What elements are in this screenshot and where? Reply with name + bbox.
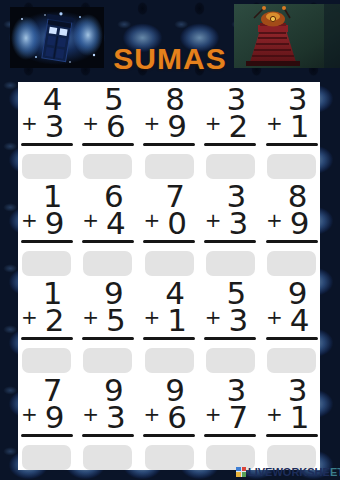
answer-input-box[interactable] xyxy=(83,251,132,276)
plus-sign: + xyxy=(80,404,96,424)
addition-problem: 5 +3 xyxy=(203,280,258,373)
sum-line xyxy=(204,143,256,146)
sum-line xyxy=(82,337,134,340)
plus-sign: + xyxy=(264,404,280,424)
plus-sign: + xyxy=(19,307,35,327)
sum-line xyxy=(204,434,256,437)
answer-input-box[interactable] xyxy=(83,154,132,179)
bottom-addend: 9 xyxy=(158,113,197,140)
addition-problem: 3 +7 xyxy=(203,377,258,470)
problem-row-4: 7 +9 9 +3 9 +6 3 +7 xyxy=(18,373,320,470)
addition-problem: 3 +1 xyxy=(264,86,319,179)
addition-problem: 7 +0 xyxy=(142,183,197,276)
sum-line xyxy=(143,240,195,243)
bottom-addend: 9 xyxy=(35,210,74,237)
answer-input-box[interactable] xyxy=(22,154,71,179)
plus-sign: + xyxy=(19,404,35,424)
answer-input-box[interactable] xyxy=(83,445,132,470)
bottom-addend: 3 xyxy=(219,210,258,237)
plus-sign: + xyxy=(264,113,280,133)
sum-line xyxy=(266,143,318,146)
sum-line xyxy=(21,434,73,437)
problem-row-2: 1 +9 6 +4 7 +0 3 +3 xyxy=(18,179,320,276)
watermark-text: LIVEWORKSHEETS xyxy=(248,466,340,478)
sum-line xyxy=(204,240,256,243)
plus-sign: + xyxy=(264,210,280,230)
bottom-addend: 6 xyxy=(158,404,197,431)
answer-input-box[interactable] xyxy=(267,251,316,276)
addition-problem: 3 +2 xyxy=(203,86,258,179)
addition-problem: 9 +6 xyxy=(142,377,197,470)
answer-input-box[interactable] xyxy=(267,348,316,373)
plus-sign: + xyxy=(203,404,219,424)
answer-input-box[interactable] xyxy=(22,445,71,470)
answer-input-box[interactable] xyxy=(22,251,71,276)
bottom-addend: 4 xyxy=(96,210,135,237)
answer-input-box[interactable] xyxy=(206,154,255,179)
addition-problem: 6 +4 xyxy=(80,183,135,276)
sum-line xyxy=(266,240,318,243)
plus-sign: + xyxy=(264,307,280,327)
worksheet-page: SUMAS xyxy=(0,0,340,480)
sum-line xyxy=(21,337,73,340)
bottom-addend: 5 xyxy=(96,307,135,334)
bottom-addend: 6 xyxy=(96,113,135,140)
answer-input-box[interactable] xyxy=(145,348,194,373)
liveworksheets-watermark: LIVEWORKSHEETS xyxy=(236,465,340,478)
sum-line xyxy=(143,434,195,437)
addition-problem: 9 +5 xyxy=(80,280,135,373)
addition-problem: 1 +2 xyxy=(19,280,74,373)
bottom-addend: 2 xyxy=(35,307,74,334)
plus-sign: + xyxy=(203,210,219,230)
answer-input-box[interactable] xyxy=(267,154,316,179)
dalek-image xyxy=(234,4,340,68)
plus-sign: + xyxy=(80,210,96,230)
sum-line xyxy=(143,337,195,340)
plus-sign: + xyxy=(19,210,35,230)
bottom-addend: 9 xyxy=(280,210,319,237)
bottom-addend: 3 xyxy=(96,404,135,431)
addition-problem: 7 +9 xyxy=(19,377,74,470)
plus-sign: + xyxy=(80,307,96,327)
sum-line xyxy=(204,337,256,340)
addition-problem: 8 +9 xyxy=(142,86,197,179)
addition-problem: 3 +3 xyxy=(203,183,258,276)
addition-problem: 3 +1 xyxy=(264,377,319,470)
answer-input-box[interactable] xyxy=(206,348,255,373)
sum-line xyxy=(82,143,134,146)
answer-input-box[interactable] xyxy=(145,154,194,179)
addition-problem: 1 +9 xyxy=(19,183,74,276)
addition-problem: 4 +1 xyxy=(142,280,197,373)
addition-problem: 4 +3 xyxy=(19,86,74,179)
addition-problem: 9 +3 xyxy=(80,377,135,470)
bottom-addend: 4 xyxy=(280,307,319,334)
addition-problem: 9 +4 xyxy=(264,280,319,373)
bottom-addend: 3 xyxy=(35,113,74,140)
plus-sign: + xyxy=(203,307,219,327)
plus-sign: + xyxy=(142,113,158,133)
addition-problem: 8 +9 xyxy=(264,183,319,276)
plus-sign: + xyxy=(142,307,158,327)
sum-line xyxy=(21,240,73,243)
bottom-addend: 1 xyxy=(280,404,319,431)
bottom-addend: 3 xyxy=(219,307,258,334)
bottom-addend: 1 xyxy=(158,307,197,334)
problem-row-1: 4 +3 5 +6 8 +9 3 +2 xyxy=(18,82,320,179)
plus-sign: + xyxy=(19,113,35,133)
plus-sign: + xyxy=(80,113,96,133)
answer-input-box[interactable] xyxy=(22,348,71,373)
plus-sign: + xyxy=(142,404,158,424)
bottom-addend: 1 xyxy=(280,113,319,140)
sum-line xyxy=(21,143,73,146)
sum-line xyxy=(143,143,195,146)
answer-input-box[interactable] xyxy=(83,348,132,373)
sum-line xyxy=(82,240,134,243)
bottom-addend: 2 xyxy=(219,113,258,140)
plus-sign: + xyxy=(142,210,158,230)
answer-input-box[interactable] xyxy=(206,251,255,276)
answer-input-box[interactable] xyxy=(145,251,194,276)
sum-line xyxy=(266,434,318,437)
addition-problem: 5 +6 xyxy=(80,86,135,179)
sum-line xyxy=(82,434,134,437)
plus-sign: + xyxy=(203,113,219,133)
problem-row-3: 1 +2 9 +5 4 +1 5 +3 xyxy=(18,276,320,373)
bottom-addend: 9 xyxy=(35,404,74,431)
bottom-addend: 7 xyxy=(219,404,258,431)
bottom-addend: 0 xyxy=(158,210,197,237)
sum-line xyxy=(266,337,318,340)
worksheet-sheet: 4 +3 5 +6 8 +9 3 +2 xyxy=(18,82,320,470)
liveworksheets-logo-icon xyxy=(236,467,246,477)
answer-input-box[interactable] xyxy=(145,445,194,470)
